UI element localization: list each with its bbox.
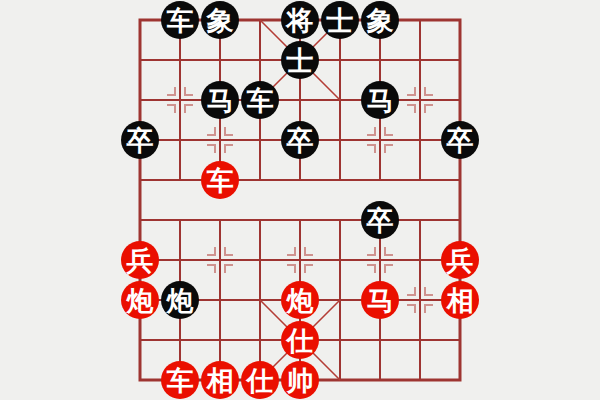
piece-red-pawn[interactable]: 兵 bbox=[121, 241, 159, 279]
piece-black-horse[interactable]: 马 bbox=[201, 81, 239, 119]
piece-black-pawn[interactable]: 卒 bbox=[361, 201, 399, 239]
piece-red-cannon[interactable]: 炮 bbox=[281, 281, 319, 319]
xiangqi-board: 车象将士象士马车马卒卒卒车卒兵兵炮炮炮马相仕车相仕帅 bbox=[0, 0, 600, 400]
piece-black-elephant[interactable]: 象 bbox=[201, 1, 239, 39]
piece-black-pawn[interactable]: 卒 bbox=[121, 121, 159, 159]
piece-red-elephant[interactable]: 相 bbox=[201, 361, 239, 399]
piece-black-rook[interactable]: 车 bbox=[241, 81, 279, 119]
piece-black-advisor[interactable]: 士 bbox=[321, 1, 359, 39]
piece-black-rook[interactable]: 车 bbox=[161, 1, 199, 39]
piece-black-elephant[interactable]: 象 bbox=[361, 1, 399, 39]
piece-red-advisor[interactable]: 仕 bbox=[281, 321, 319, 359]
piece-black-pawn[interactable]: 卒 bbox=[441, 121, 479, 159]
piece-black-cannon[interactable]: 炮 bbox=[161, 281, 199, 319]
piece-red-cannon[interactable]: 炮 bbox=[121, 281, 159, 319]
piece-red-elephant[interactable]: 相 bbox=[441, 281, 479, 319]
piece-red-rook[interactable]: 车 bbox=[201, 161, 239, 199]
piece-red-general[interactable]: 帅 bbox=[281, 361, 319, 399]
pieces-layer: 车象将士象士马车马卒卒卒车卒兵兵炮炮炮马相仕车相仕帅 bbox=[0, 0, 600, 400]
piece-red-rook[interactable]: 车 bbox=[161, 361, 199, 399]
piece-red-advisor[interactable]: 仕 bbox=[241, 361, 279, 399]
piece-black-advisor[interactable]: 士 bbox=[281, 41, 319, 79]
piece-red-pawn[interactable]: 兵 bbox=[441, 241, 479, 279]
piece-black-pawn[interactable]: 卒 bbox=[281, 121, 319, 159]
piece-red-horse[interactable]: 马 bbox=[361, 281, 399, 319]
piece-black-horse[interactable]: 马 bbox=[361, 81, 399, 119]
piece-black-general[interactable]: 将 bbox=[281, 1, 319, 39]
